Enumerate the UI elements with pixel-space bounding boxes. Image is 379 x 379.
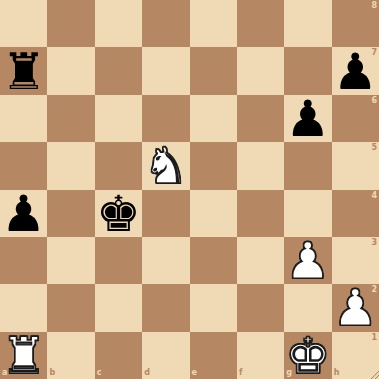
square-g7[interactable]	[284, 47, 331, 94]
square-c8[interactable]	[95, 0, 142, 47]
square-d2[interactable]	[142, 284, 189, 331]
piece-white-pawn-g3[interactable]: ♟	[286, 238, 331, 285]
square-c1[interactable]: c	[95, 332, 142, 379]
square-g5[interactable]	[284, 142, 331, 189]
square-h1[interactable]: 1h	[332, 332, 379, 379]
square-f4[interactable]	[237, 190, 284, 237]
square-h8[interactable]: 8	[332, 0, 379, 47]
square-d8[interactable]	[142, 0, 189, 47]
piece-black-rook-a7[interactable]: ♜	[1, 49, 46, 96]
square-d7[interactable]	[142, 47, 189, 94]
piece-black-pawn-a4[interactable]: ♟	[1, 191, 46, 238]
square-e7[interactable]	[190, 47, 237, 94]
square-g6[interactable]: ♟	[284, 95, 331, 142]
square-e6[interactable]	[190, 95, 237, 142]
square-e4[interactable]	[190, 190, 237, 237]
square-h6[interactable]: 6	[332, 95, 379, 142]
square-d5[interactable]: ♞	[142, 142, 189, 189]
square-b6[interactable]	[47, 95, 94, 142]
piece-white-rook-a1[interactable]: ♜	[1, 333, 46, 379]
square-e1[interactable]: e	[190, 332, 237, 379]
square-c6[interactable]	[95, 95, 142, 142]
file-label-f: f	[239, 369, 242, 377]
square-a4[interactable]: ♟	[0, 190, 47, 237]
piece-white-pawn-h2[interactable]: ♟	[333, 285, 378, 332]
piece-black-pawn-h7[interactable]: ♟	[333, 49, 378, 96]
square-a6[interactable]	[0, 95, 47, 142]
square-c3[interactable]	[95, 237, 142, 284]
rank-label-8: 8	[371, 2, 377, 10]
square-a5[interactable]	[0, 142, 47, 189]
square-b3[interactable]	[47, 237, 94, 284]
square-b1[interactable]: b	[47, 332, 94, 379]
square-f7[interactable]	[237, 47, 284, 94]
square-a1[interactable]: a♜	[0, 332, 47, 379]
rank-label-5: 5	[371, 144, 377, 152]
rank-label-4: 4	[371, 192, 377, 200]
square-h2[interactable]: 2♟	[332, 284, 379, 331]
square-h3[interactable]: 3	[332, 237, 379, 284]
rank-label-6: 6	[371, 97, 377, 105]
square-g2[interactable]	[284, 284, 331, 331]
rank-label-3: 3	[371, 239, 377, 247]
file-label-c: c	[97, 369, 102, 377]
square-c7[interactable]	[95, 47, 142, 94]
square-d4[interactable]	[142, 190, 189, 237]
square-e8[interactable]	[190, 0, 237, 47]
square-c2[interactable]	[95, 284, 142, 331]
square-b2[interactable]	[47, 284, 94, 331]
piece-white-king-g1[interactable]: ♚	[286, 333, 331, 379]
square-f5[interactable]	[237, 142, 284, 189]
square-b8[interactable]	[47, 0, 94, 47]
square-f6[interactable]	[237, 95, 284, 142]
square-a8[interactable]	[0, 0, 47, 47]
square-h5[interactable]: 5	[332, 142, 379, 189]
square-g8[interactable]	[284, 0, 331, 47]
square-g4[interactable]	[284, 190, 331, 237]
rank-label-1: 1	[371, 334, 377, 342]
file-label-b: b	[49, 369, 55, 377]
file-label-h: h	[334, 369, 340, 377]
square-a2[interactable]	[0, 284, 47, 331]
piece-white-knight-d5[interactable]: ♞	[143, 143, 188, 190]
square-h7[interactable]: 7♟	[332, 47, 379, 94]
square-h4[interactable]: 4	[332, 190, 379, 237]
square-g1[interactable]: g♚	[284, 332, 331, 379]
square-c5[interactable]	[95, 142, 142, 189]
chess-board: 8♜7♟♟6♞5♟♚4♟32♟a♜bcdefg♚1h	[0, 0, 379, 379]
square-a7[interactable]: ♜	[0, 47, 47, 94]
piece-black-pawn-g6[interactable]: ♟	[286, 96, 331, 143]
square-e2[interactable]	[190, 284, 237, 331]
square-b5[interactable]	[47, 142, 94, 189]
square-d1[interactable]: d	[142, 332, 189, 379]
piece-black-king-c4[interactable]: ♚	[96, 191, 141, 238]
square-a3[interactable]	[0, 237, 47, 284]
square-b7[interactable]	[47, 47, 94, 94]
square-d6[interactable]	[142, 95, 189, 142]
square-e5[interactable]	[190, 142, 237, 189]
file-label-d: d	[144, 369, 150, 377]
square-f1[interactable]: f	[237, 332, 284, 379]
square-f8[interactable]	[237, 0, 284, 47]
square-g3[interactable]: ♟	[284, 237, 331, 284]
file-label-e: e	[192, 369, 197, 377]
square-e3[interactable]	[190, 237, 237, 284]
square-f3[interactable]	[237, 237, 284, 284]
square-f2[interactable]	[237, 284, 284, 331]
square-d3[interactable]	[142, 237, 189, 284]
square-c4[interactable]: ♚	[95, 190, 142, 237]
square-b4[interactable]	[47, 190, 94, 237]
